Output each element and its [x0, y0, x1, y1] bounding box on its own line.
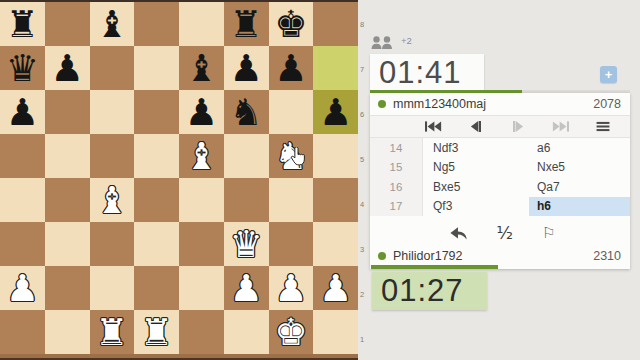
- square-b4[interactable]: [45, 178, 90, 222]
- move-nav-bar: [370, 115, 630, 138]
- square-a1[interactable]: [0, 310, 45, 354]
- black-move-current[interactable]: h6: [529, 197, 630, 217]
- black-move[interactable]: Nxe5: [529, 158, 630, 178]
- square-e4[interactable]: [179, 178, 224, 222]
- square-c4[interactable]: ♝: [90, 178, 135, 222]
- spectator-count: +2: [401, 35, 412, 46]
- menu-button[interactable]: [582, 121, 624, 132]
- square-f6[interactable]: ♞: [224, 90, 269, 134]
- square-f5[interactable]: [224, 134, 269, 178]
- top-player-row: mmm123400maj 2078: [370, 93, 630, 115]
- square-d4[interactable]: [134, 178, 179, 222]
- move-row: 17 Qf3 h6: [370, 197, 630, 217]
- square-e6[interactable]: ♟: [179, 90, 224, 134]
- go-last-button[interactable]: [539, 121, 581, 132]
- square-a5[interactable]: [0, 134, 45, 178]
- square-b7[interactable]: ♟: [45, 46, 90, 90]
- bottom-player-name[interactable]: Philidor1792: [393, 249, 463, 263]
- white-move[interactable]: Bxe5: [423, 177, 529, 197]
- rank-label-4: 4: [360, 200, 369, 209]
- move-row: 16 Bxe5 Qa7: [370, 177, 630, 197]
- online-dot: [378, 100, 386, 108]
- game-panel: +2 01:41 + mmm123400maj 2078: [370, 0, 630, 360]
- rank-label-7: 7: [360, 65, 369, 74]
- go-next-button[interactable]: [497, 121, 539, 132]
- skip-to-start-icon: [425, 121, 442, 132]
- game-card: mmm123400maj 2078: [370, 93, 630, 269]
- piece-white-bishop[interactable]: ♝: [95, 182, 128, 219]
- square-h5[interactable]: [313, 134, 358, 178]
- piece-black-rook[interactable]: ♜: [230, 6, 263, 43]
- hamburger-menu-icon: [596, 121, 610, 132]
- square-g8[interactable]: ♚: [269, 2, 314, 46]
- square-e2[interactable]: [179, 266, 224, 310]
- white-move[interactable]: Ng5: [423, 158, 529, 178]
- rank-label-2: 2: [360, 290, 369, 299]
- square-a7[interactable]: ♛: [0, 46, 45, 90]
- move-row: 15 Ng5 Nxe5: [370, 158, 630, 178]
- rank-label-1: 1: [360, 335, 369, 344]
- step-forward-icon: [513, 121, 524, 132]
- piece-white-pawn[interactable]: ♟: [319, 270, 352, 307]
- offer-draw-button[interactable]: ½: [497, 223, 513, 243]
- square-f4[interactable]: [224, 178, 269, 222]
- square-g4[interactable]: [269, 178, 314, 222]
- square-f7[interactable]: ♟: [224, 46, 269, 90]
- square-f1[interactable]: [224, 310, 269, 354]
- square-b1[interactable]: [45, 310, 90, 354]
- square-b2[interactable]: [45, 266, 90, 310]
- rank-label-8: 8: [360, 20, 369, 29]
- square-b3[interactable]: [45, 222, 90, 266]
- square-f8[interactable]: ♜: [224, 2, 269, 46]
- square-h2[interactable]: ♟: [313, 266, 358, 310]
- square-d3[interactable]: [134, 222, 179, 266]
- square-e7[interactable]: ♝: [179, 46, 224, 90]
- square-b5[interactable]: [45, 134, 90, 178]
- app-window: ♜♝♜♚♛♟♝♟♟♟♟♞♟♝♞♝♛♟♟♟♟♜♜♚ 87654321 +2 01:…: [0, 0, 640, 360]
- step-back-icon: [470, 121, 481, 132]
- square-g2[interactable]: ♟: [269, 266, 314, 310]
- square-d7[interactable]: [134, 46, 179, 90]
- piece-black-pawn[interactable]: ♟: [230, 50, 263, 87]
- takeback-button[interactable]: [449, 226, 468, 240]
- rank-label-5: 5: [360, 155, 369, 164]
- square-h4[interactable]: [313, 178, 358, 222]
- bottom-player-clock: 01:27: [372, 272, 487, 310]
- piece-black-pawn[interactable]: ♟: [319, 94, 352, 131]
- top-player-clock: 01:41: [370, 54, 484, 91]
- black-move[interactable]: Qa7: [529, 177, 630, 197]
- square-e3[interactable]: [179, 222, 224, 266]
- bottom-time-bar: [371, 265, 498, 269]
- action-bar: ½ ⚐: [370, 219, 630, 247]
- piece-white-pawn[interactable]: ♟: [6, 270, 39, 307]
- piece-black-knight[interactable]: ♞: [230, 94, 263, 131]
- square-d1[interactable]: ♜: [134, 310, 179, 354]
- square-e5[interactable]: ♝: [179, 134, 224, 178]
- piece-black-pawn[interactable]: ♟: [6, 94, 39, 131]
- square-a3[interactable]: [0, 222, 45, 266]
- resign-button[interactable]: ⚐: [542, 224, 555, 242]
- piece-black-bishop[interactable]: ♝: [185, 50, 218, 87]
- piece-black-queen[interactable]: ♛: [6, 50, 39, 87]
- square-d6[interactable]: [134, 90, 179, 134]
- go-first-button[interactable]: [412, 121, 454, 132]
- square-g7[interactable]: ♟: [269, 46, 314, 90]
- square-h7[interactable]: [313, 46, 358, 90]
- piece-white-pawn[interactable]: ♟: [274, 270, 307, 307]
- square-g6[interactable]: [269, 90, 314, 134]
- two-people-icon: [371, 36, 396, 49]
- square-d8[interactable]: [134, 2, 179, 46]
- piece-white-rook[interactable]: ♜: [140, 314, 173, 351]
- square-a4[interactable]: [0, 178, 45, 222]
- square-a2[interactable]: ♟: [0, 266, 45, 310]
- square-c2[interactable]: [90, 266, 135, 310]
- square-f2[interactable]: ♟: [224, 266, 269, 310]
- piece-black-pawn[interactable]: ♟: [185, 94, 218, 131]
- piece-black-king[interactable]: ♚: [274, 6, 307, 43]
- square-d2[interactable]: [134, 266, 179, 310]
- move-number: 14: [370, 138, 423, 158]
- square-c3[interactable]: [90, 222, 135, 266]
- square-b8[interactable]: [45, 2, 90, 46]
- piece-white-pawn[interactable]: ♟: [230, 270, 263, 307]
- undo-arrow-icon: [449, 226, 468, 240]
- square-e1[interactable]: [179, 310, 224, 354]
- square-c5[interactable]: [90, 134, 135, 178]
- square-g1[interactable]: ♚: [269, 310, 314, 354]
- online-dot: [378, 252, 386, 260]
- piece-black-bishop[interactable]: ♝: [95, 6, 128, 43]
- square-h8[interactable]: [313, 2, 358, 46]
- square-a8[interactable]: ♜: [0, 2, 45, 46]
- piece-white-king[interactable]: ♚: [274, 314, 307, 351]
- rank-label-6: 6: [360, 110, 369, 119]
- skip-to-end-icon: [552, 121, 569, 132]
- piece-white-bishop[interactable]: ♝: [185, 138, 218, 175]
- go-previous-button[interactable]: [454, 121, 496, 132]
- move-number: 16: [370, 177, 423, 197]
- square-d5[interactable]: [134, 134, 179, 178]
- move-number: 17: [370, 197, 423, 217]
- piece-black-pawn[interactable]: ♟: [51, 50, 84, 87]
- bottom-player-rating: 2310: [593, 249, 621, 263]
- square-b6[interactable]: [45, 90, 90, 134]
- square-c8[interactable]: ♝: [90, 2, 135, 46]
- square-c1[interactable]: ♜: [90, 310, 135, 354]
- square-a6[interactable]: ♟: [0, 90, 45, 134]
- white-move[interactable]: Ndf3: [423, 138, 529, 158]
- square-g3[interactable]: [269, 222, 314, 266]
- flag-icon: ⚐: [542, 224, 555, 242]
- chess-board: ♜♝♜♚♛♟♝♟♟♟♟♞♟♝♞♝♛♟♟♟♟♜♜♚: [0, 2, 358, 354]
- top-player-name[interactable]: mmm123400maj: [393, 97, 486, 111]
- black-move[interactable]: a6: [529, 138, 630, 158]
- spectators: +2: [371, 36, 412, 49]
- move-row: 14 Ndf3 a6: [370, 138, 630, 158]
- piece-black-pawn[interactable]: ♟: [274, 50, 307, 87]
- bottom-player-row: Philidor1792 2310: [370, 246, 630, 266]
- square-f3[interactable]: ♛: [224, 222, 269, 266]
- piece-white-rook[interactable]: ♜: [95, 314, 128, 351]
- square-h3[interactable]: [313, 222, 358, 266]
- add-button[interactable]: +: [600, 66, 617, 83]
- piece-black-rook[interactable]: ♜: [6, 6, 39, 43]
- hand-cursor-icon: [290, 147, 305, 166]
- top-player-rating: 2078: [593, 97, 621, 111]
- move-list: 14 Ndf3 a6 15 Ng5 Nxe5 16 Bxe5 Qa7 17 Qf…: [370, 138, 630, 216]
- square-h6[interactable]: ♟: [313, 90, 358, 134]
- rank-label-3: 3: [360, 245, 369, 254]
- square-e8[interactable]: [179, 2, 224, 46]
- white-move[interactable]: Qf3: [423, 197, 529, 217]
- square-h1[interactable]: [313, 310, 358, 354]
- square-c6[interactable]: [90, 90, 135, 134]
- square-c7[interactable]: [90, 46, 135, 90]
- piece-white-queen[interactable]: ♛: [230, 226, 263, 263]
- board-area: ♜♝♜♚♛♟♝♟♟♟♟♞♟♝♞♝♛♟♟♟♟♜♜♚: [0, 0, 358, 360]
- move-number: 15: [370, 158, 423, 178]
